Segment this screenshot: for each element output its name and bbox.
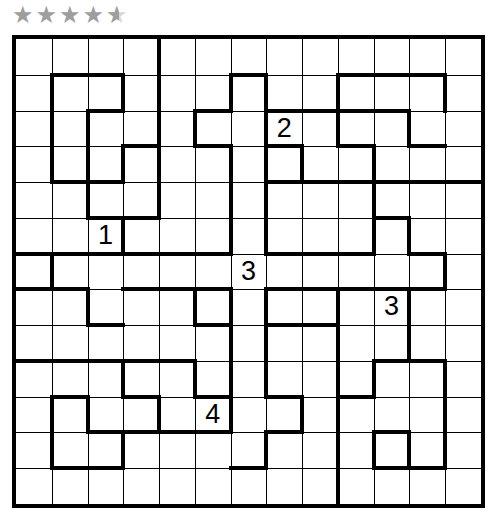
puzzle-board: 21334 xyxy=(12,35,485,508)
cell-r6c13[interactable] xyxy=(445,218,481,254)
cell-r6c2[interactable] xyxy=(52,218,88,254)
cell-r10c10[interactable] xyxy=(338,361,374,397)
cell-r12c4[interactable] xyxy=(123,432,159,468)
cell-r13c3[interactable] xyxy=(88,468,124,504)
cell-r8c5[interactable] xyxy=(159,289,195,325)
cell-r6c12[interactable] xyxy=(409,218,445,254)
cell-r2c4[interactable] xyxy=(123,75,159,111)
cell-r8c10[interactable] xyxy=(338,289,374,325)
cell-r7c9[interactable] xyxy=(302,254,338,290)
cell-r1c6[interactable] xyxy=(195,39,231,75)
cell-r4c5[interactable] xyxy=(159,146,195,182)
cell-r5c13[interactable] xyxy=(445,182,481,218)
cell-r13c13[interactable] xyxy=(445,468,481,504)
cell-r9c7[interactable] xyxy=(231,325,267,361)
cell-r7c3[interactable] xyxy=(88,254,124,290)
cell-r6c1[interactable] xyxy=(16,218,52,254)
cell-r6c5[interactable] xyxy=(159,218,195,254)
cell-r2c5[interactable] xyxy=(159,75,195,111)
cell-r2c10[interactable] xyxy=(338,75,374,111)
cell-r1c11[interactable] xyxy=(374,39,410,75)
cell-r4c9[interactable] xyxy=(302,146,338,182)
cell-r7c10[interactable] xyxy=(338,254,374,290)
cell-r9c11[interactable] xyxy=(374,325,410,361)
cell-r5c2[interactable] xyxy=(52,182,88,218)
cell-r1c8[interactable] xyxy=(266,39,302,75)
cell-r11c13[interactable] xyxy=(445,397,481,433)
cell-r2c12[interactable] xyxy=(409,75,445,111)
cell-r12c11[interactable] xyxy=(374,432,410,468)
cell-r12c8[interactable] xyxy=(266,432,302,468)
cell-r1c12[interactable] xyxy=(409,39,445,75)
cell-r8c3[interactable] xyxy=(88,289,124,325)
cell-r2c11[interactable] xyxy=(374,75,410,111)
cell-r12c6[interactable] xyxy=(195,432,231,468)
cell-r1c5[interactable] xyxy=(159,39,195,75)
cell-r5c1[interactable] xyxy=(16,182,52,218)
cell-r10c6[interactable] xyxy=(195,361,231,397)
cell-r12c3[interactable] xyxy=(88,432,124,468)
cell-r6c8[interactable] xyxy=(266,218,302,254)
cell-r10c3[interactable] xyxy=(88,361,124,397)
cell-r10c5[interactable] xyxy=(159,361,195,397)
cell-r13c7[interactable] xyxy=(231,468,267,504)
cell-r2c2[interactable] xyxy=(52,75,88,111)
cell-r13c2[interactable] xyxy=(52,468,88,504)
cell-r13c1[interactable] xyxy=(16,468,52,504)
cell-r4c11[interactable] xyxy=(374,146,410,182)
cell-r3c3[interactable] xyxy=(88,111,124,147)
cell-r10c1[interactable] xyxy=(16,361,52,397)
cell-r11c5[interactable] xyxy=(159,397,195,433)
cell-r11c8[interactable] xyxy=(266,397,302,433)
cell-r7c11[interactable] xyxy=(374,254,410,290)
cell-r3c12[interactable] xyxy=(409,111,445,147)
puzzle-page: { "game": "heyawacky (heyawake variant w… xyxy=(0,0,495,520)
cell-r13c5[interactable] xyxy=(159,468,195,504)
cell-r6c4[interactable] xyxy=(123,218,159,254)
cell-r7c5[interactable] xyxy=(159,254,195,290)
difficulty-rating: ★★★★★★ xyxy=(12,2,130,28)
star-full-icon: ★ xyxy=(12,1,36,28)
cell-r13c9[interactable] xyxy=(302,468,338,504)
cell-r9c1[interactable] xyxy=(16,325,52,361)
cell-r6c11[interactable] xyxy=(374,218,410,254)
cell-r3c6[interactable] xyxy=(195,111,231,147)
star-half-icon: ★★ xyxy=(106,2,130,28)
cell-r4c4[interactable] xyxy=(123,146,159,182)
cell-r4c6[interactable] xyxy=(195,146,231,182)
cell-r12c9[interactable] xyxy=(302,432,338,468)
cell-r1c10[interactable] xyxy=(338,39,374,75)
cell-r5c8[interactable] xyxy=(266,182,302,218)
cell-r8c8[interactable] xyxy=(266,289,302,325)
cell-r8c1[interactable] xyxy=(16,289,52,325)
cell-r3c13[interactable] xyxy=(445,111,481,147)
cell-r4c10[interactable] xyxy=(338,146,374,182)
cell-r11c12[interactable] xyxy=(409,397,445,433)
cell-r5c9[interactable] xyxy=(302,182,338,218)
cell-r9c13[interactable] xyxy=(445,325,481,361)
cell-r2c7[interactable] xyxy=(231,75,267,111)
cell-r4c13[interactable] xyxy=(445,146,481,182)
cell-r5c7[interactable] xyxy=(231,182,267,218)
cell-r9c9[interactable] xyxy=(302,325,338,361)
cell-r7c2[interactable] xyxy=(52,254,88,290)
cell-r13c10[interactable] xyxy=(338,468,374,504)
cell-r12c2[interactable] xyxy=(52,432,88,468)
cell-r13c11[interactable] xyxy=(374,468,410,504)
cell-r1c2[interactable] xyxy=(52,39,88,75)
cell-r11c1[interactable] xyxy=(16,397,52,433)
cell-r10c11[interactable] xyxy=(374,361,410,397)
cell-r4c12[interactable] xyxy=(409,146,445,182)
cell-r3c9[interactable] xyxy=(302,111,338,147)
cell-r1c13[interactable] xyxy=(445,39,481,75)
cell-r6c10[interactable] xyxy=(338,218,374,254)
cell-r2c13[interactable] xyxy=(445,75,481,111)
cell-r7c12[interactable] xyxy=(409,254,445,290)
star-full-icon: ★ xyxy=(36,1,60,28)
cell-r4c2[interactable] xyxy=(52,146,88,182)
cell-r8c7[interactable] xyxy=(231,289,267,325)
cell-r10c7[interactable] xyxy=(231,361,267,397)
cell-r11c3[interactable] xyxy=(88,397,124,433)
cell-r5c4[interactable] xyxy=(123,182,159,218)
cell-r12c13[interactable] xyxy=(445,432,481,468)
cell-r2c6[interactable] xyxy=(195,75,231,111)
cell-r5c10[interactable] xyxy=(338,182,374,218)
cell-r5c6[interactable] xyxy=(195,182,231,218)
cell-r1c3[interactable] xyxy=(88,39,124,75)
cell-r9c8[interactable] xyxy=(266,325,302,361)
cell-r6c3[interactable] xyxy=(88,218,124,254)
cell-r11c10[interactable] xyxy=(338,397,374,433)
cell-r5c11[interactable] xyxy=(374,182,410,218)
cell-r8c13[interactable] xyxy=(445,289,481,325)
cell-r3c8[interactable] xyxy=(266,111,302,147)
cell-r6c7[interactable] xyxy=(231,218,267,254)
cell-r1c7[interactable] xyxy=(231,39,267,75)
cell-r8c2[interactable] xyxy=(52,289,88,325)
cell-r7c8[interactable] xyxy=(266,254,302,290)
cell-r12c12[interactable] xyxy=(409,432,445,468)
cell-r7c1[interactable] xyxy=(16,254,52,290)
cell-r9c10[interactable] xyxy=(338,325,374,361)
star-full-icon: ★ xyxy=(83,1,107,28)
cell-r13c8[interactable] xyxy=(266,468,302,504)
cell-r11c4[interactable] xyxy=(123,397,159,433)
cell-r3c5[interactable] xyxy=(159,111,195,147)
cell-r10c13[interactable] xyxy=(445,361,481,397)
cell-r7c13[interactable] xyxy=(445,254,481,290)
cell-r12c5[interactable] xyxy=(159,432,195,468)
cell-r2c8[interactable] xyxy=(266,75,302,111)
cell-r5c5[interactable] xyxy=(159,182,195,218)
cell-r3c2[interactable] xyxy=(52,111,88,147)
cell-r10c9[interactable] xyxy=(302,361,338,397)
cell-r10c2[interactable] xyxy=(52,361,88,397)
cell-r10c8[interactable] xyxy=(266,361,302,397)
cell-r4c1[interactable] xyxy=(16,146,52,182)
cell-r11c7[interactable] xyxy=(231,397,267,433)
cell-r13c4[interactable] xyxy=(123,468,159,504)
cell-r11c6[interactable] xyxy=(195,397,231,433)
cell-r8c12[interactable] xyxy=(409,289,445,325)
cell-r13c12[interactable] xyxy=(409,468,445,504)
cell-r3c11[interactable] xyxy=(374,111,410,147)
cell-r11c9[interactable] xyxy=(302,397,338,433)
cell-r7c7[interactable] xyxy=(231,254,267,290)
cell-r11c11[interactable] xyxy=(374,397,410,433)
cell-r9c2[interactable] xyxy=(52,325,88,361)
cell-r4c7[interactable] xyxy=(231,146,267,182)
cell-r12c1[interactable] xyxy=(16,432,52,468)
cell-r2c1[interactable] xyxy=(16,75,52,111)
cell-r1c1[interactable] xyxy=(16,39,52,75)
cell-r2c9[interactable] xyxy=(302,75,338,111)
cell-r8c4[interactable] xyxy=(123,289,159,325)
cell-r3c1[interactable] xyxy=(16,111,52,147)
cell-r6c6[interactable] xyxy=(195,218,231,254)
cell-r7c4[interactable] xyxy=(123,254,159,290)
cell-r13c6[interactable] xyxy=(195,468,231,504)
cell-r12c7[interactable] xyxy=(231,432,267,468)
cell-r9c12[interactable] xyxy=(409,325,445,361)
cell-r4c8[interactable] xyxy=(266,146,302,182)
cell-r9c5[interactable] xyxy=(159,325,195,361)
star-full-icon: ★ xyxy=(59,1,83,28)
cell-r6c9[interactable] xyxy=(302,218,338,254)
cell-r1c9[interactable] xyxy=(302,39,338,75)
cell-r3c7[interactable] xyxy=(231,111,267,147)
cell-r8c6[interactable] xyxy=(195,289,231,325)
cell-r9c6[interactable] xyxy=(195,325,231,361)
cell-r7c6[interactable] xyxy=(195,254,231,290)
cell-r10c4[interactable] xyxy=(123,361,159,397)
cell-r8c11[interactable] xyxy=(374,289,410,325)
cell-r1c4[interactable] xyxy=(123,39,159,75)
cell-r2c3[interactable] xyxy=(88,75,124,111)
cell-r8c9[interactable] xyxy=(302,289,338,325)
cell-r3c10[interactable] xyxy=(338,111,374,147)
cell-r12c10[interactable] xyxy=(338,432,374,468)
cell-r9c4[interactable] xyxy=(123,325,159,361)
cell-r9c3[interactable] xyxy=(88,325,124,361)
cell-r5c3[interactable] xyxy=(88,182,124,218)
cell-r11c2[interactable] xyxy=(52,397,88,433)
cell-r10c12[interactable] xyxy=(409,361,445,397)
cell-r3c4[interactable] xyxy=(123,111,159,147)
cell-r4c3[interactable] xyxy=(88,146,124,182)
cell-r5c12[interactable] xyxy=(409,182,445,218)
